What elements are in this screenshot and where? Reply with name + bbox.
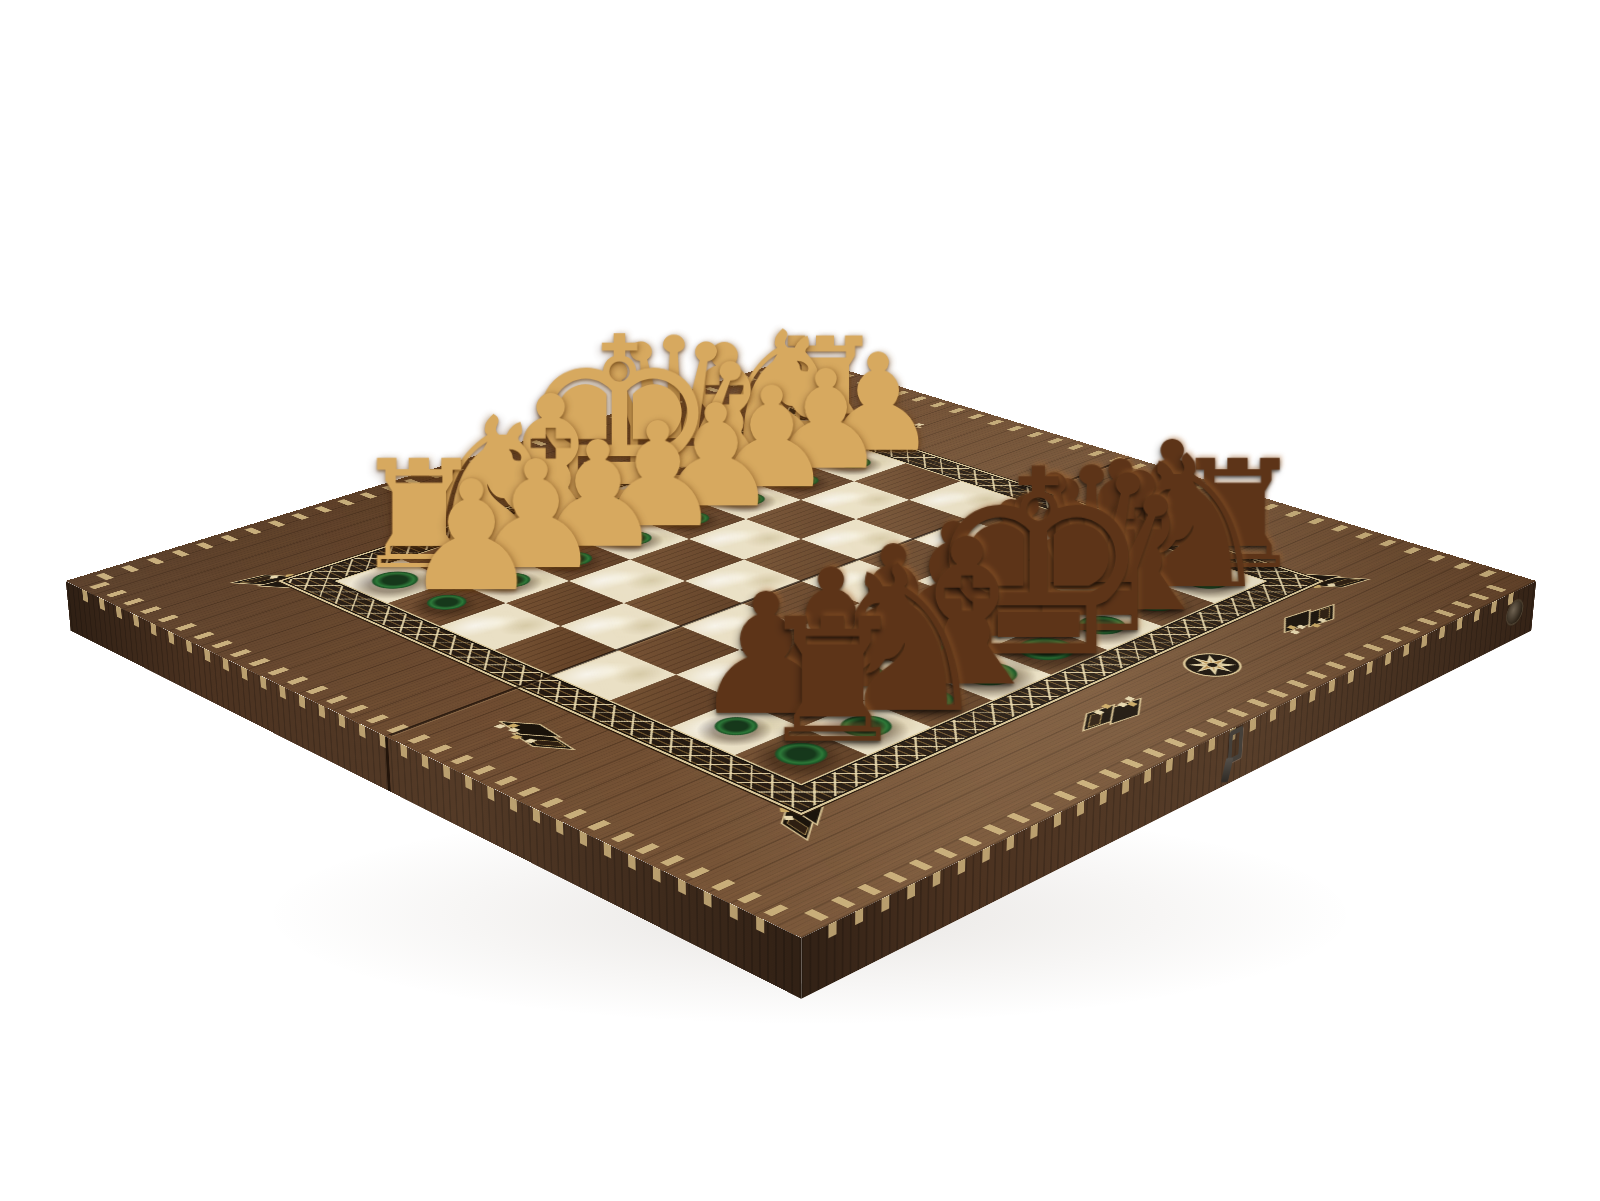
- latch-arm: [1221, 758, 1234, 783]
- piece-glyph: ♟: [338, 461, 605, 613]
- pieces-layer: ♜♞♝♚♛♝♞♜♟♟♟♟♟♟♟♟♟♟♟♟♟♟♟♟♜♞♝♚♛♝♞♜: [66, 356, 1537, 937]
- scene-3d: ♜♞♝♚♛♝♞♜♟♟♟♟♟♟♟♟♟♟♟♟♟♟♟♟♜♞♝♚♛♝♞♜: [0, 0, 1600, 1201]
- product-photo-stage: ♜♞♝♚♛♝♞♜♟♟♟♟♟♟♟♟♟♟♟♟♟♟♟♟♜♞♝♚♛♝♞♜: [0, 0, 1600, 1201]
- piece-glyph: ♜: [682, 597, 982, 768]
- folding-chess-case: ♜♞♝♚♛♝♞♜♟♟♟♟♟♟♟♟♟♟♟♟♟♟♟♟♜♞♝♚♛♝♞♜: [66, 356, 1537, 937]
- latch-clasp[interactable]: [1223, 724, 1247, 785]
